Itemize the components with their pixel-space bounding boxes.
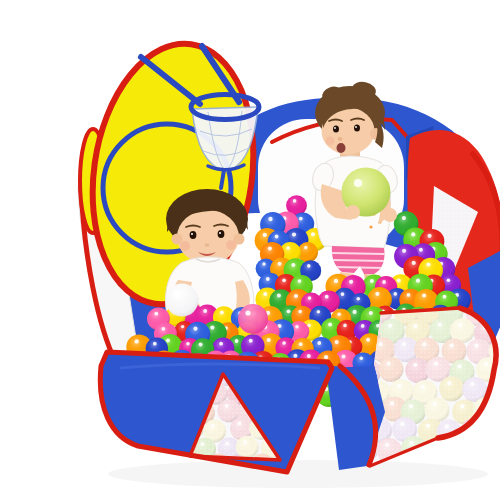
product-photo xyxy=(40,16,500,500)
baby-ear-left xyxy=(172,234,183,245)
floor-shadow xyxy=(108,460,488,488)
pink-ball xyxy=(238,304,268,334)
held-white-ball xyxy=(166,284,199,317)
toddler-mouth xyxy=(337,143,346,153)
toddler-right-hand xyxy=(383,208,397,222)
ball-pit-scene xyxy=(40,16,500,500)
toddler-nose xyxy=(338,137,343,141)
baby-nose xyxy=(205,243,210,247)
toddler-left-hand xyxy=(346,205,360,219)
